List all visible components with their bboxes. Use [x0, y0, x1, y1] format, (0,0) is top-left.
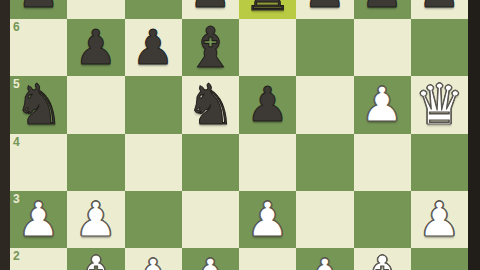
right-frame-bar: [468, 0, 480, 270]
black-pawn-g7[interactable]: ♟: [361, 0, 404, 19]
square-e7[interactable]: ♜: [239, 0, 296, 19]
square-d3[interactable]: [182, 191, 239, 248]
white-bishop-b2[interactable]: ♝: [71, 248, 121, 270]
rank-label-2: 2: [13, 249, 20, 263]
square-g4[interactable]: [354, 134, 411, 191]
square-a4[interactable]: 4: [10, 134, 67, 191]
white-pawn-g5[interactable]: ♟: [361, 76, 404, 133]
white-pawn-e3[interactable]: ♟: [246, 191, 289, 248]
rank-label-4: 4: [13, 135, 20, 149]
square-d6[interactable]: ♝: [182, 19, 239, 76]
square-a6[interactable]: 6: [10, 19, 67, 76]
square-c4[interactable]: [125, 134, 182, 191]
white-pawn-h3[interactable]: ♟: [418, 191, 461, 248]
black-bishop-d6[interactable]: ♝: [185, 19, 235, 76]
square-e3[interactable]: ♟: [239, 191, 296, 248]
square-c6[interactable]: ♟: [125, 19, 182, 76]
square-h3[interactable]: ♟: [411, 191, 468, 248]
square-g3[interactable]: [354, 191, 411, 248]
black-knight-a5[interactable]: ♞: [14, 76, 64, 133]
square-c5[interactable]: [125, 76, 182, 133]
square-h7[interactable]: ♟: [411, 0, 468, 19]
white-pawn-d2[interactable]: ♟: [189, 248, 232, 270]
black-rook-e7[interactable]: ♜: [243, 0, 293, 19]
chess-app-viewport: ♟♟♜♟♟♟6♟♟♝5♞♞♟♟♛43♟♟♟♟2♝♟♟♟♝: [0, 0, 480, 270]
black-pawn-e5[interactable]: ♟: [246, 76, 289, 133]
square-f4[interactable]: [296, 134, 353, 191]
square-a3[interactable]: 3♟: [10, 191, 67, 248]
square-h4[interactable]: [411, 134, 468, 191]
square-f6[interactable]: [296, 19, 353, 76]
white-pawn-c2[interactable]: ♟: [132, 248, 175, 270]
black-pawn-f7[interactable]: ♟: [303, 0, 346, 19]
square-e4[interactable]: [239, 134, 296, 191]
square-g6[interactable]: [354, 19, 411, 76]
square-b7[interactable]: [67, 0, 124, 19]
square-g7[interactable]: ♟: [354, 0, 411, 19]
square-e2[interactable]: [239, 248, 296, 270]
black-knight-d5[interactable]: ♞: [185, 76, 235, 133]
black-pawn-b6[interactable]: ♟: [74, 19, 117, 76]
square-b6[interactable]: ♟: [67, 19, 124, 76]
square-h6[interactable]: [411, 19, 468, 76]
black-pawn-h7[interactable]: ♟: [418, 0, 461, 19]
white-pawn-b3[interactable]: ♟: [74, 191, 117, 248]
square-f5[interactable]: [296, 76, 353, 133]
square-c3[interactable]: [125, 191, 182, 248]
square-g2[interactable]: ♝: [354, 248, 411, 270]
rank-label-6: 6: [13, 20, 20, 34]
white-pawn-f2[interactable]: ♟: [303, 248, 346, 270]
square-b4[interactable]: [67, 134, 124, 191]
square-a7[interactable]: ♟: [10, 0, 67, 19]
square-f3[interactable]: [296, 191, 353, 248]
square-f2[interactable]: ♟: [296, 248, 353, 270]
square-c7[interactable]: [125, 0, 182, 19]
chess-board[interactable]: ♟♟♜♟♟♟6♟♟♝5♞♞♟♟♛43♟♟♟♟2♝♟♟♟♝: [10, 0, 468, 270]
white-queen-h5[interactable]: ♛: [414, 76, 464, 133]
square-d2[interactable]: ♟: [182, 248, 239, 270]
square-b3[interactable]: ♟: [67, 191, 124, 248]
white-bishop-g2[interactable]: ♝: [357, 248, 407, 270]
square-e6[interactable]: [239, 19, 296, 76]
left-frame-bar: [0, 0, 10, 270]
square-c2[interactable]: ♟: [125, 248, 182, 270]
black-pawn-a7[interactable]: ♟: [17, 0, 60, 19]
square-f7[interactable]: ♟: [296, 0, 353, 19]
white-pawn-a3[interactable]: ♟: [17, 191, 60, 248]
square-e5[interactable]: ♟: [239, 76, 296, 133]
square-d5[interactable]: ♞: [182, 76, 239, 133]
square-b2[interactable]: ♝: [67, 248, 124, 270]
square-g5[interactable]: ♟: [354, 76, 411, 133]
square-h5[interactable]: ♛: [411, 76, 468, 133]
black-pawn-c6[interactable]: ♟: [132, 19, 175, 76]
square-a5[interactable]: 5♞: [10, 76, 67, 133]
square-d4[interactable]: [182, 134, 239, 191]
square-h2[interactable]: [411, 248, 468, 270]
square-a2[interactable]: 2: [10, 248, 67, 270]
square-b5[interactable]: [67, 76, 124, 133]
